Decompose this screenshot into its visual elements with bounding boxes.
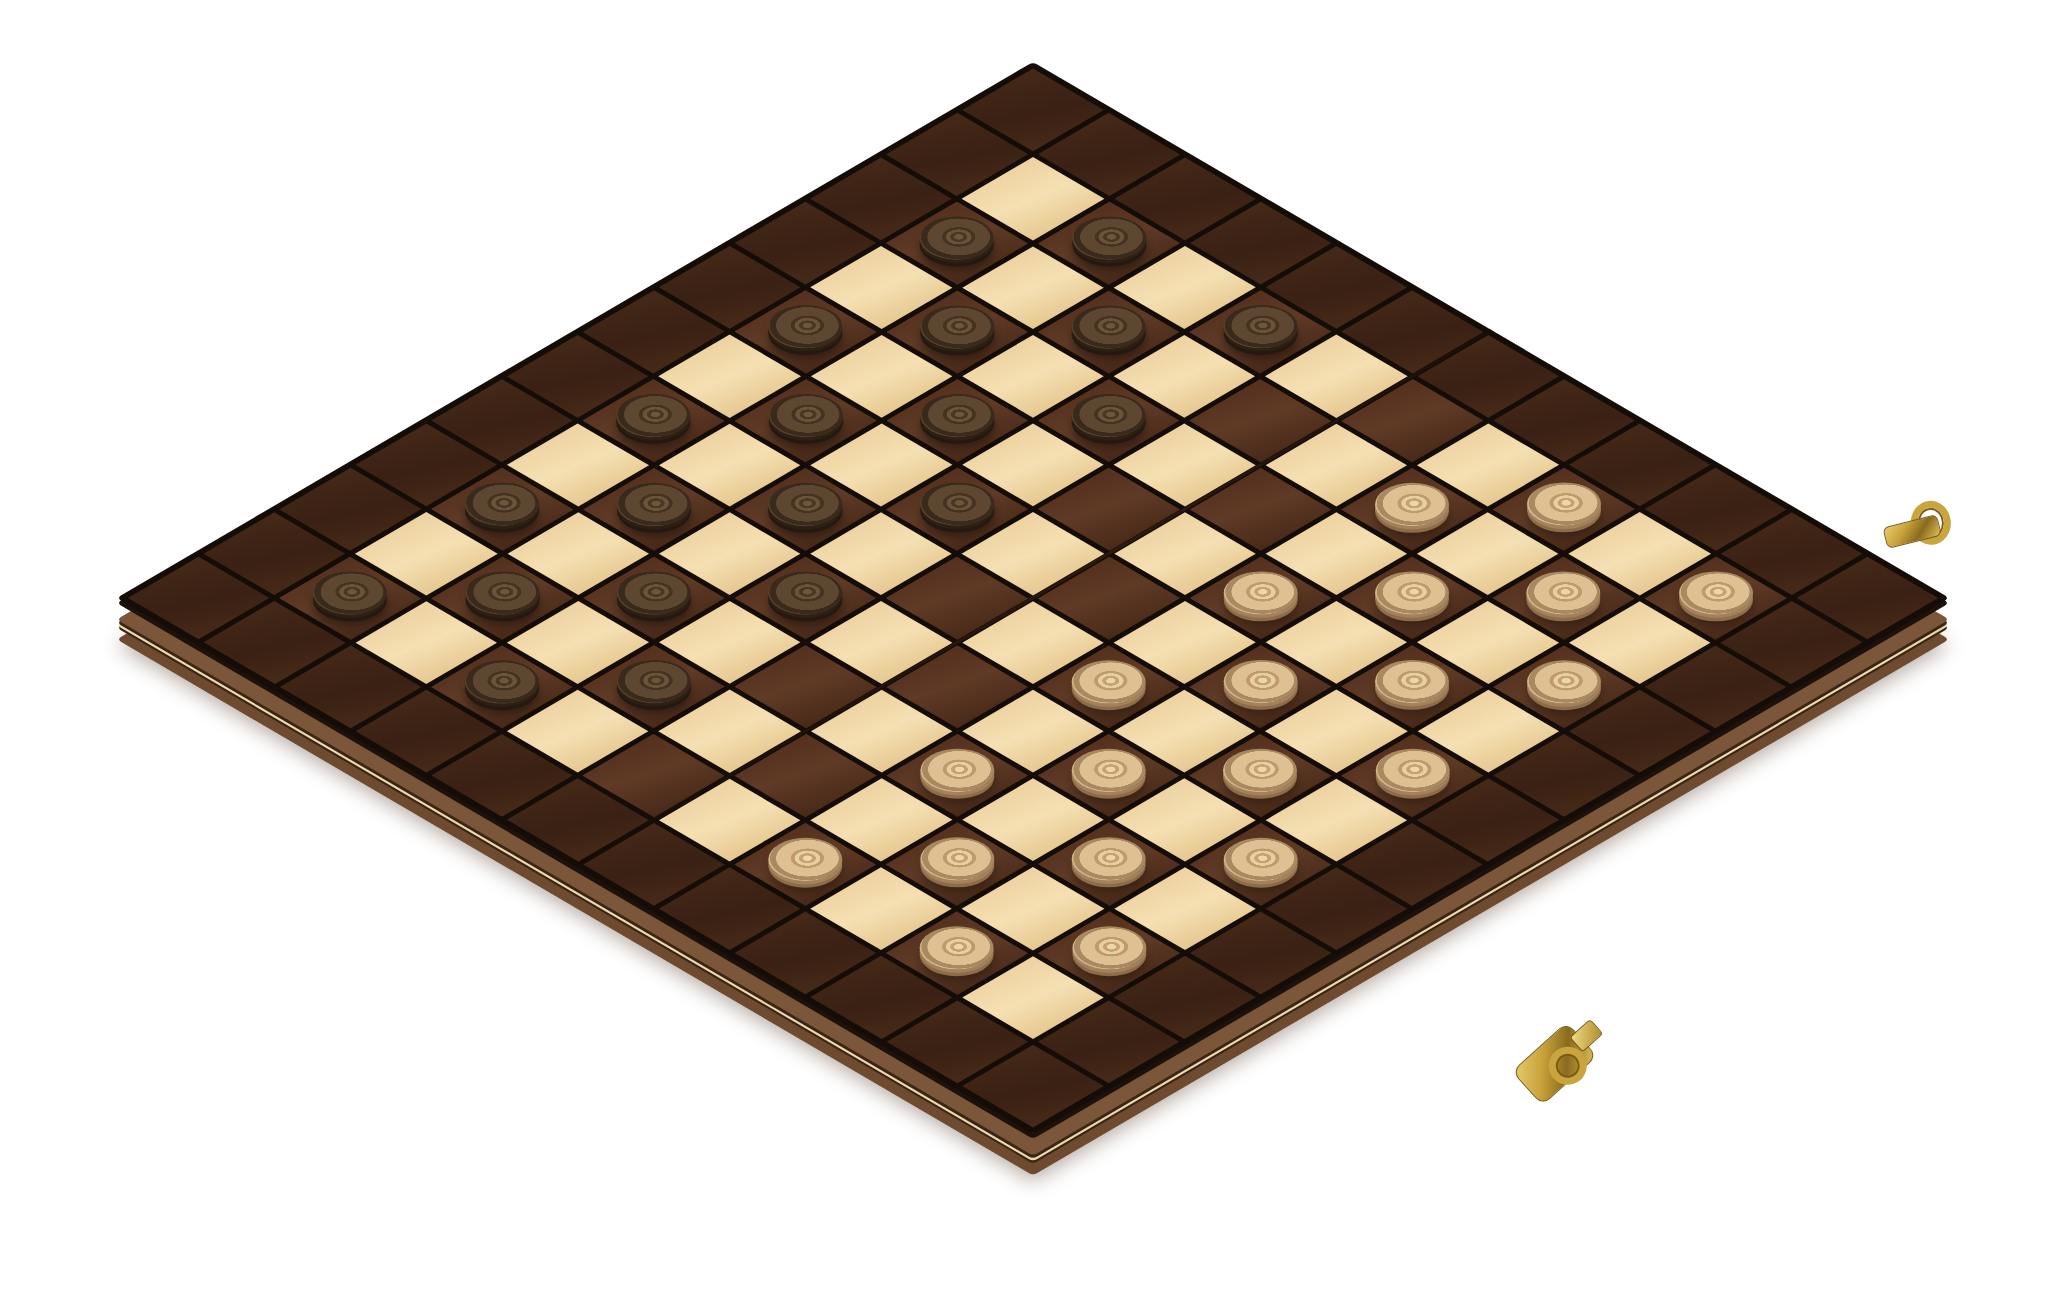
brass-clasp-hook-icon [1868, 480, 1967, 587]
brass-clasp-catch-icon [1499, 990, 1647, 1136]
draughts-board [117, 62, 1950, 1134]
board-scene [117, 62, 1950, 1134]
photo-canvas [0, 0, 2048, 1307]
